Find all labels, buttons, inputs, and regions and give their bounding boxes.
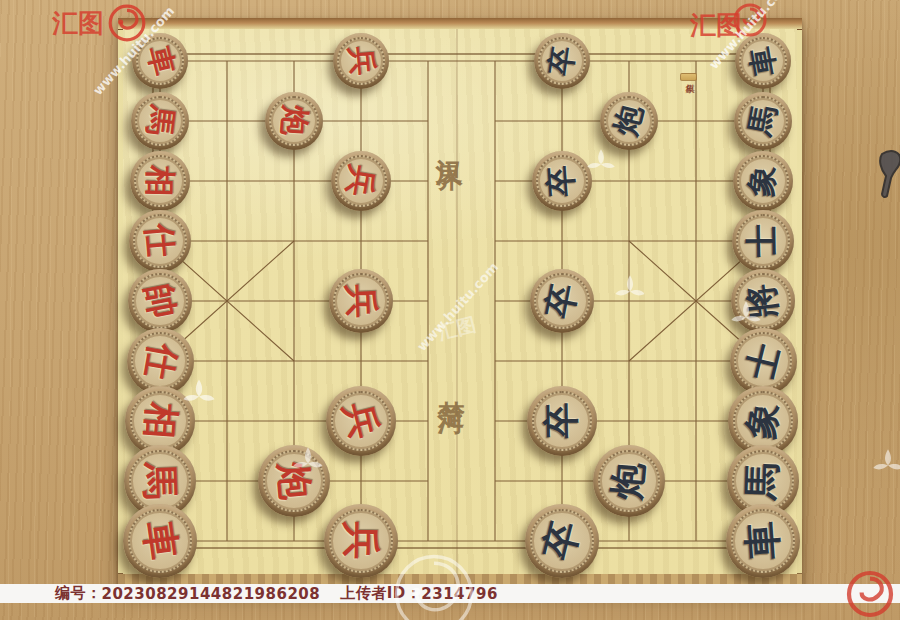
piece-black-advisor[interactable]: 士 [732,210,795,273]
piece-character: 卒 [540,164,584,198]
watermark-flower-icon [872,448,900,480]
piece-character: 炮 [267,460,320,501]
piece-character: 士 [740,224,786,258]
piece-character: 帥 [134,280,186,322]
piece-character: 馬 [737,462,788,501]
piece-character: 卒 [536,280,588,322]
piece-face: 兵 [329,509,392,572]
piece-black-soldier[interactable]: 卒 [527,386,596,455]
piece-face: 車 [739,37,787,85]
piece-red-general[interactable]: 帥 [128,269,193,334]
piece-face: 馬 [129,450,190,511]
piece-black-chariot[interactable]: 車 [726,504,800,578]
piece-black-elephant[interactable]: 象 [733,151,793,211]
piece-black-soldier[interactable]: 卒 [525,504,599,578]
piece-character: 仕 [136,223,184,260]
piece-character: 將 [738,281,788,320]
piece-face: 卒 [536,155,588,207]
piece-face: 仕 [131,332,189,390]
piece-character: 車 [132,519,188,564]
piece-face: 士 [734,332,792,390]
piece-red-horse[interactable]: 馬 [131,92,189,150]
stock-photo-xiangqi: 汉界 楚河 象棋 象棋 車馬相仕帥仕相馬車炮炮兵兵兵兵兵卒卒卒卒卒炮炮車馬象士將… [0,0,900,620]
caption-bar: 编号： 20230829144821986208 上传者ID： 2314796 [0,584,900,603]
piece-red-chariot[interactable]: 車 [123,504,197,578]
piece-face: 將 [735,273,791,329]
uploader-id-value: 2314796 [421,585,498,603]
piece-character: 象 [736,400,790,442]
piece-character: 炮 [605,101,652,140]
piece-red-soldier[interactable]: 兵 [331,151,391,211]
board-clasp-icon [876,148,900,200]
piece-face: 車 [128,509,191,572]
piece-face: 車 [136,37,184,85]
image-id-label: 编号： [55,584,102,603]
piece-face: 馬 [135,96,185,146]
piece-character: 炮 [602,460,655,501]
piece-character: 車 [741,43,785,79]
piece-face: 相 [134,155,186,207]
piece-red-soldier[interactable]: 兵 [333,33,389,89]
piece-character: 兵 [340,45,382,77]
piece-red-soldier[interactable]: 兵 [326,386,395,455]
piece-character: 車 [736,520,790,561]
piece-black-cannon[interactable]: 炮 [593,445,664,516]
piece-face: 車 [731,509,794,572]
piece-black-horse[interactable]: 馬 [734,92,792,150]
piece-face: 炮 [263,450,324,511]
piece-character: 兵 [333,398,389,445]
piece-black-cannon[interactable]: 炮 [600,92,658,150]
piece-character: 士 [736,338,790,383]
piece-face: 炮 [604,96,654,146]
piece-red-chariot[interactable]: 車 [132,33,188,89]
watermark-brand-topleft: 汇图 [52,6,104,41]
piece-red-advisor[interactable]: 仕 [129,210,192,273]
piece-character: 兵 [338,162,385,200]
piece-face: 象 [737,155,789,207]
piece-black-soldier[interactable]: 卒 [532,151,592,211]
piece-character: 兵 [337,283,384,319]
piece-face: 兵 [335,155,387,207]
piece-face: 炮 [269,96,319,146]
xiangqi-board: 汉界 楚河 象棋 象棋 車馬相仕帥仕相馬車炮炮兵兵兵兵兵卒卒卒卒卒炮炮車馬象士將… [118,18,802,586]
piece-face: 馬 [738,96,788,146]
piece-character: 卒 [537,403,587,440]
piece-black-soldier[interactable]: 卒 [530,269,595,334]
piece-black-chariot[interactable]: 車 [735,33,791,89]
piece-character: 炮 [272,105,315,138]
piece-black-soldier[interactable]: 卒 [534,33,590,89]
piece-face: 兵 [337,37,385,85]
piece-character: 卒 [540,44,584,78]
piece-character: 兵 [335,522,387,561]
piece-character: 馬 [138,104,182,139]
piece-red-soldier[interactable]: 兵 [324,504,398,578]
piece-black-advisor[interactable]: 士 [730,328,797,395]
piece-face: 炮 [598,450,659,511]
piece-red-cannon[interactable]: 炮 [258,445,329,516]
piece-red-advisor[interactable]: 仕 [127,328,194,395]
uploader-id-label: 上传者ID： [340,584,421,603]
piece-character: 相 [134,401,185,440]
piece-character: 馬 [740,102,786,139]
piece-face: 象 [733,391,793,451]
piece-face: 卒 [534,273,590,329]
piece-red-elephant[interactable]: 相 [130,151,190,211]
piece-black-general[interactable]: 將 [731,269,796,334]
piece-character: 相 [139,165,182,197]
image-id-value: 20230829144821986208 [102,585,321,603]
piece-red-cannon[interactable]: 炮 [265,92,323,150]
piece-face: 卒 [530,509,593,572]
piece-face: 馬 [732,450,793,511]
piece-face: 卒 [532,391,592,451]
piece-red-soldier[interactable]: 兵 [329,269,394,334]
piece-character: 馬 [134,462,185,501]
pieces-layer: 車馬相仕帥仕相馬車炮炮兵兵兵兵兵卒卒卒卒卒炮炮車馬象士將士象馬車 [123,29,797,574]
piece-face: 帥 [132,273,188,329]
piece-face: 兵 [331,391,391,451]
piece-character: 卒 [533,516,592,565]
piece-character: 象 [741,164,786,199]
piece-face: 相 [130,391,190,451]
piece-character: 仕 [134,340,186,383]
piece-face: 仕 [133,214,187,268]
piece-character: 車 [137,42,183,80]
piece-face: 卒 [538,37,586,85]
board-field: 汉界 楚河 象棋 象棋 車馬相仕帥仕相馬車炮炮兵兵兵兵兵卒卒卒卒卒炮炮車馬象士將… [123,29,797,574]
piece-face: 兵 [333,273,389,329]
piece-face: 士 [736,214,790,268]
